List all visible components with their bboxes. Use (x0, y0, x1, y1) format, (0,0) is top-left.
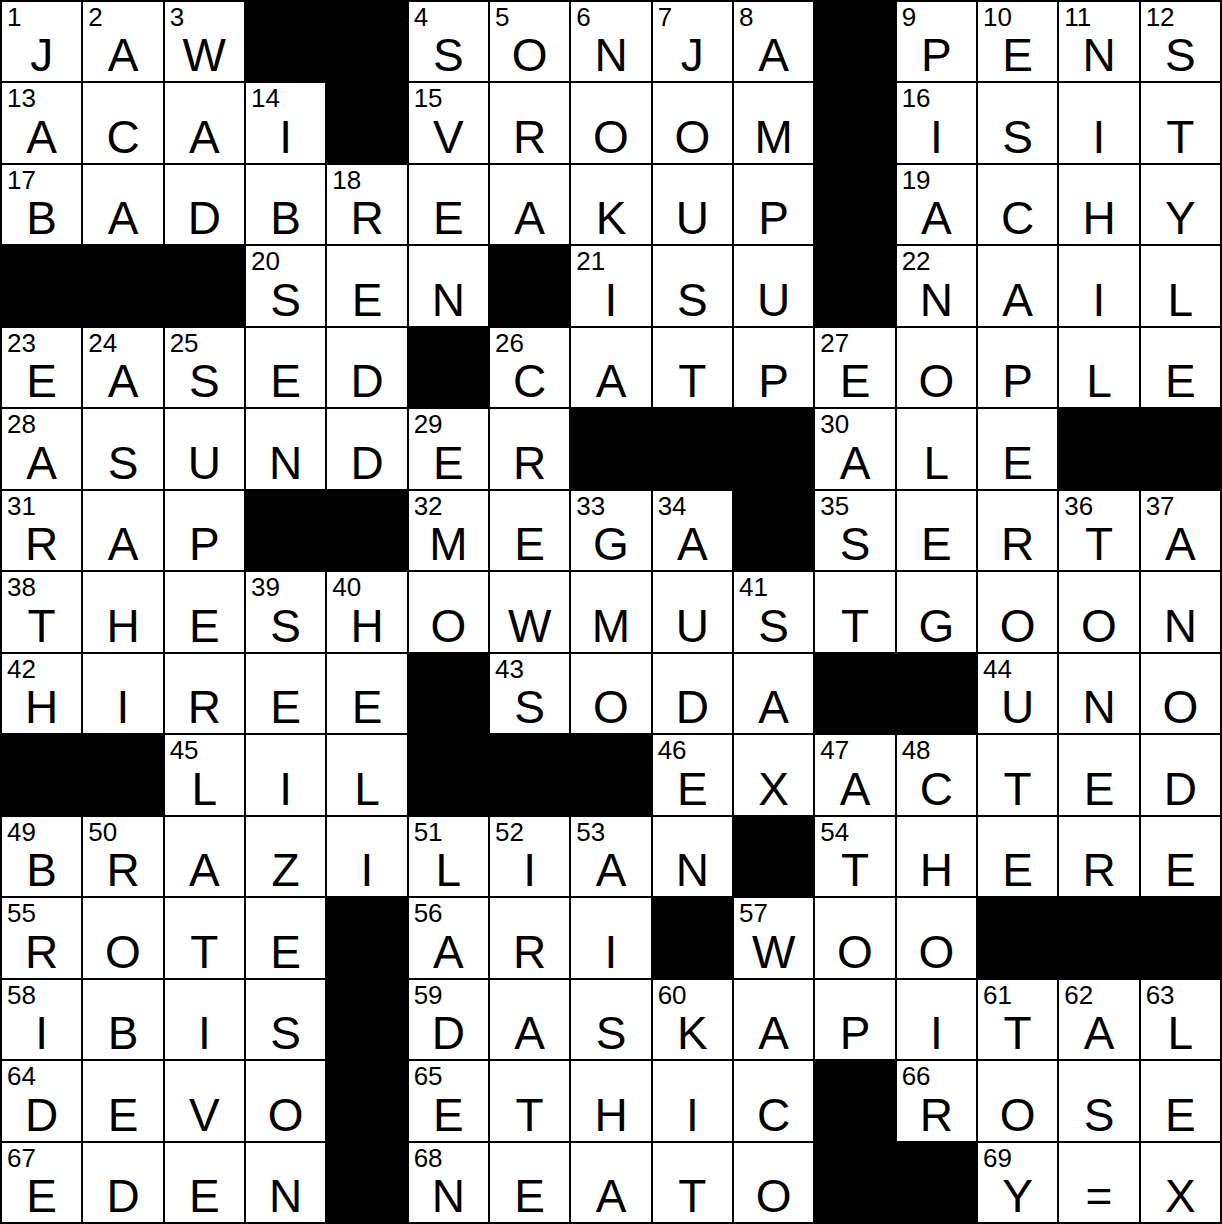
cell-r4c9[interactable]: S (653, 246, 732, 325)
black-cell-r4c3 (165, 246, 244, 325)
cell-r10c3[interactable]: 45L (165, 735, 244, 814)
cell-r8c15[interactable]: N (1141, 572, 1220, 651)
clue-number: 43 (495, 656, 524, 682)
cell-r8c1[interactable]: 38T (2, 572, 81, 651)
cell-letter: I (897, 114, 976, 160)
cell-r1c2[interactable]: 2A (83, 2, 162, 81)
cell-r2c3[interactable]: A (165, 83, 244, 162)
cell-letter: P (734, 195, 813, 241)
cell-r5c1[interactable]: 23E (2, 328, 81, 407)
cell-r10c10[interactable]: X (734, 735, 813, 814)
cell-r15c7[interactable]: E (490, 1143, 569, 1222)
cell-letter: R (1059, 847, 1138, 893)
cell-r14c15[interactable]: E (1141, 1061, 1220, 1140)
cell-r13c7[interactable]: A (490, 980, 569, 1059)
cell-r9c7[interactable]: 43S (490, 654, 569, 733)
cell-r8c12[interactable]: G (897, 572, 976, 651)
cell-letter: O (246, 1092, 325, 1138)
cell-letter: N (1059, 684, 1138, 730)
cell-r14c14[interactable]: S (1059, 1061, 1138, 1140)
black-cell-r4c11 (815, 246, 894, 325)
black-cell-r13c5 (327, 980, 406, 1059)
cell-r15c9[interactable]: T (653, 1143, 732, 1222)
cell-r8c8[interactable]: M (571, 572, 650, 651)
cell-r9c9[interactable]: D (653, 654, 732, 733)
cell-letter: E (897, 521, 976, 567)
cell-r12c11[interactable]: O (815, 898, 894, 977)
cell-letter: R (2, 929, 81, 975)
cell-r7c8[interactable]: 33G (571, 491, 650, 570)
cell-letter: I (571, 929, 650, 975)
cell-r5c7[interactable]: 26C (490, 328, 569, 407)
black-cell-r6c8 (571, 409, 650, 488)
cell-r14c10[interactable]: C (734, 1061, 813, 1140)
cell-r4c4[interactable]: 20S (246, 246, 325, 325)
cell-r4c13[interactable]: A (978, 246, 1057, 325)
cell-r8c5[interactable]: 40H (327, 572, 406, 651)
cell-r5c3[interactable]: 25S (165, 328, 244, 407)
cell-r4c6[interactable]: N (409, 246, 488, 325)
cell-r2c8[interactable]: O (571, 83, 650, 162)
cell-r15c10[interactable]: O (734, 1143, 813, 1222)
cell-r11c12[interactable]: H (897, 817, 976, 896)
cell-r3c9[interactable]: U (653, 165, 732, 244)
clue-number: 33 (576, 493, 605, 519)
cell-letter: G (897, 603, 976, 649)
cell-r4c14[interactable]: I (1059, 246, 1138, 325)
cell-r6c7[interactable]: R (490, 409, 569, 488)
cell-r14c3[interactable]: V (165, 1061, 244, 1140)
cell-r5c15[interactable]: E (1141, 328, 1220, 407)
cell-letter: N (246, 1173, 325, 1219)
cell-r2c13[interactable]: S (978, 83, 1057, 162)
cell-r4c12[interactable]: 22N (897, 246, 976, 325)
cell-r15c13[interactable]: 69Y (978, 1143, 1057, 1222)
cell-letter: A (165, 847, 244, 893)
cell-r2c1[interactable]: 13A (2, 83, 81, 162)
cell-r8c2[interactable]: H (83, 572, 162, 651)
cell-letter: O (1059, 603, 1138, 649)
cell-letter: O (571, 114, 650, 160)
cell-letter: H (1059, 195, 1138, 241)
cell-letter: P (734, 358, 813, 404)
cell-r1c1[interactable]: 1J (2, 2, 81, 81)
cell-r3c5[interactable]: 18R (327, 165, 406, 244)
cell-r10c5[interactable]: L (327, 735, 406, 814)
cell-letter: N (246, 440, 325, 486)
black-cell-r15c12 (897, 1143, 976, 1222)
black-cell-r12c9 (653, 898, 732, 977)
cell-r9c10[interactable]: A (734, 654, 813, 733)
black-cell-r4c2 (83, 246, 162, 325)
cell-r12c1[interactable]: 55R (2, 898, 81, 977)
cell-r5c12[interactable]: O (897, 328, 976, 407)
cell-r6c3[interactable]: U (165, 409, 244, 488)
cell-letter: G (571, 521, 650, 567)
cell-r2c9[interactable]: O (653, 83, 732, 162)
cell-r14c12[interactable]: 66R (897, 1061, 976, 1140)
cell-r14c13[interactable]: O (978, 1061, 1057, 1140)
cell-r14c8[interactable]: H (571, 1061, 650, 1140)
cell-r13c13[interactable]: 61T (978, 980, 1057, 1059)
cell-r12c2[interactable]: O (83, 898, 162, 977)
black-cell-r6c15 (1141, 409, 1220, 488)
cell-r11c1[interactable]: 49B (2, 817, 81, 896)
cell-letter: D (327, 358, 406, 404)
cell-r14c7[interactable]: T (490, 1061, 569, 1140)
clue-number: 53 (576, 819, 605, 845)
cell-letter: U (734, 277, 813, 323)
black-cell-r9c6 (409, 654, 488, 733)
cell-r15c6[interactable]: 68N (409, 1143, 488, 1222)
cell-letter: E (978, 32, 1057, 78)
cell-r5c14[interactable]: L (1059, 328, 1138, 407)
cell-r8c3[interactable]: E (165, 572, 244, 651)
cell-letter: E (327, 684, 406, 730)
cell-letter: V (409, 114, 488, 160)
black-cell-r5c6 (409, 328, 488, 407)
black-cell-r6c10 (734, 409, 813, 488)
cell-r7c1[interactable]: 31R (2, 491, 81, 570)
cell-letter: A (571, 847, 650, 893)
cell-r2c10[interactable]: M (734, 83, 813, 162)
cell-letter: I (1059, 277, 1138, 323)
cell-r10c9[interactable]: 46E (653, 735, 732, 814)
cell-r12c12[interactable]: O (897, 898, 976, 977)
cell-letter: O (1141, 684, 1220, 730)
cell-r3c12[interactable]: 19A (897, 165, 976, 244)
cell-letter: D (327, 440, 406, 486)
cell-r3c4[interactable]: B (246, 165, 325, 244)
cell-r15c1[interactable]: 67E (2, 1143, 81, 1222)
cell-r2c14[interactable]: I (1059, 83, 1138, 162)
cell-r13c9[interactable]: 60K (653, 980, 732, 1059)
cell-r3c13[interactable]: C (978, 165, 1057, 244)
cell-r14c4[interactable]: O (246, 1061, 325, 1140)
cell-r5c8[interactable]: A (571, 328, 650, 407)
cell-r9c8[interactable]: O (571, 654, 650, 733)
cell-r10c14[interactable]: E (1059, 735, 1138, 814)
cell-r5c9[interactable]: T (653, 328, 732, 407)
cell-r7c9[interactable]: 34A (653, 491, 732, 570)
cell-letter: N (653, 847, 732, 893)
cell-r1c3[interactable]: 3W (165, 2, 244, 81)
cell-r3c1[interactable]: 17B (2, 165, 81, 244)
cell-r4c5[interactable]: E (327, 246, 406, 325)
black-cell-r9c12 (897, 654, 976, 733)
cell-r1c7[interactable]: 5O (490, 2, 569, 81)
cell-letter: D (653, 684, 732, 730)
cell-letter: E (165, 1173, 244, 1219)
clue-number: 13 (7, 85, 36, 111)
cell-r7c7[interactable]: E (490, 491, 569, 570)
cell-r5c5[interactable]: D (327, 328, 406, 407)
cell-r11c2[interactable]: 50R (83, 817, 162, 896)
cell-letter: A (815, 440, 894, 486)
cell-letter: A (571, 358, 650, 404)
clue-number: 55 (7, 900, 36, 926)
cell-r11c7[interactable]: 52I (490, 817, 569, 896)
cell-r14c2[interactable]: E (83, 1061, 162, 1140)
cell-r8c6[interactable]: O (409, 572, 488, 651)
cell-r5c4[interactable]: E (246, 328, 325, 407)
cell-r7c6[interactable]: 32M (409, 491, 488, 570)
cell-letter: E (490, 521, 569, 567)
cell-r14c1[interactable]: 64D (2, 1061, 81, 1140)
cell-r3c3[interactable]: D (165, 165, 244, 244)
cell-letter: O (978, 1092, 1057, 1138)
clue-number: 40 (332, 574, 361, 600)
cell-letter: L (327, 766, 406, 812)
clue-number: 57 (739, 900, 768, 926)
cell-r3c15[interactable]: Y (1141, 165, 1220, 244)
cell-r10c12[interactable]: 48C (897, 735, 976, 814)
cell-r3c8[interactable]: K (571, 165, 650, 244)
cell-r2c6[interactable]: 15V (409, 83, 488, 162)
black-cell-r4c7 (490, 246, 569, 325)
black-cell-r12c5 (327, 898, 406, 977)
cell-r8c11[interactable]: T (815, 572, 894, 651)
cell-letter: T (1059, 521, 1138, 567)
cell-letter: E (1141, 358, 1220, 404)
clue-number: 26 (495, 330, 524, 356)
cell-letter: A (409, 929, 488, 975)
cell-r2c15[interactable]: T (1141, 83, 1220, 162)
cell-letter: A (734, 684, 813, 730)
cell-r6c1[interactable]: 28A (2, 409, 81, 488)
cell-r9c14[interactable]: N (1059, 654, 1138, 733)
clue-number: 49 (7, 819, 36, 845)
cell-letter: R (83, 847, 162, 893)
cell-r8c10[interactable]: 41S (734, 572, 813, 651)
cell-r15c2[interactable]: D (83, 1143, 162, 1222)
cell-r7c2[interactable]: A (83, 491, 162, 570)
cell-r13c8[interactable]: S (571, 980, 650, 1059)
cell-r13c14[interactable]: 62A (1059, 980, 1138, 1059)
cell-r11c15[interactable]: E (1141, 817, 1220, 896)
cell-letter: S (653, 277, 732, 323)
cell-r9c4[interactable]: E (246, 654, 325, 733)
cell-r14c9[interactable]: I (653, 1061, 732, 1140)
black-cell-r7c5 (327, 491, 406, 570)
clue-number: 63 (1146, 982, 1175, 1008)
cell-letter: S (246, 277, 325, 323)
cell-r12c6[interactable]: 56A (409, 898, 488, 977)
cell-r1c6[interactable]: 4S (409, 2, 488, 81)
cell-r11c11[interactable]: 54T (815, 817, 894, 896)
cell-r4c8[interactable]: 21I (571, 246, 650, 325)
cell-r7c3[interactable]: P (165, 491, 244, 570)
black-cell-r1c4 (246, 2, 325, 81)
cell-letter: S (734, 603, 813, 649)
cell-r8c14[interactable]: O (1059, 572, 1138, 651)
cell-letter: H (571, 1092, 650, 1138)
cell-letter: Z (246, 847, 325, 893)
cell-r1c12[interactable]: 9P (897, 2, 976, 81)
cell-r6c4[interactable]: N (246, 409, 325, 488)
cell-r6c11[interactable]: 30A (815, 409, 894, 488)
cell-r4c10[interactable]: U (734, 246, 813, 325)
cell-r9c1[interactable]: 42H (2, 654, 81, 733)
clue-number: 10 (983, 4, 1012, 30)
cell-r2c2[interactable]: C (83, 83, 162, 162)
cell-r5c11[interactable]: 27E (815, 328, 894, 407)
cell-r14c6[interactable]: 65E (409, 1061, 488, 1140)
black-cell-r10c8 (571, 735, 650, 814)
cell-letter: O (490, 32, 569, 78)
cell-r8c13[interactable]: O (978, 572, 1057, 651)
cell-r13c11[interactable]: P (815, 980, 894, 1059)
cell-r7c14[interactable]: 36T (1059, 491, 1138, 570)
cell-letter: T (2, 603, 81, 649)
cell-r6c2[interactable]: S (83, 409, 162, 488)
clue-number: 18 (332, 167, 361, 193)
cell-letter: I (571, 277, 650, 323)
cell-letter: L (409, 847, 488, 893)
cell-r13c10[interactable]: A (734, 980, 813, 1059)
cell-r13c1[interactable]: 58I (2, 980, 81, 1059)
cell-r3c6[interactable]: E (409, 165, 488, 244)
clue-number: 6 (576, 4, 590, 30)
cell-r9c3[interactable]: R (165, 654, 244, 733)
cell-r11c3[interactable]: A (165, 817, 244, 896)
cell-r2c7[interactable]: R (490, 83, 569, 162)
cell-letter: C (734, 1092, 813, 1138)
cell-r7c12[interactable]: E (897, 491, 976, 570)
cell-letter: O (571, 684, 650, 730)
cell-r15c15[interactable]: X (1141, 1143, 1220, 1222)
cell-r2c4[interactable]: 14I (246, 83, 325, 162)
cell-r1c15[interactable]: 12S (1141, 2, 1220, 81)
cell-r6c12[interactable]: L (897, 409, 976, 488)
cell-r6c13[interactable]: E (978, 409, 1057, 488)
cell-r12c4[interactable]: E (246, 898, 325, 977)
cell-r3c14[interactable]: H (1059, 165, 1138, 244)
cell-r5c10[interactable]: P (734, 328, 813, 407)
clue-number: 7 (658, 4, 672, 30)
cell-letter: W (734, 929, 813, 975)
cell-r7c13[interactable]: R (978, 491, 1057, 570)
cell-r12c7[interactable]: R (490, 898, 569, 977)
cell-letter: R (490, 114, 569, 160)
cell-r3c2[interactable]: A (83, 165, 162, 244)
cell-r9c15[interactable]: O (1141, 654, 1220, 733)
cell-r1c8[interactable]: 6N (571, 2, 650, 81)
cell-r13c12[interactable]: I (897, 980, 976, 1059)
cell-r15c14[interactable]: = (1059, 1143, 1138, 1222)
cell-letter: E (246, 684, 325, 730)
clue-number: 52 (495, 819, 524, 845)
cell-r15c3[interactable]: E (165, 1143, 244, 1222)
clue-number: 36 (1064, 493, 1093, 519)
cell-letter: A (83, 32, 162, 78)
cell-r8c4[interactable]: 39S (246, 572, 325, 651)
cell-r11c4[interactable]: Z (246, 817, 325, 896)
cell-r15c8[interactable]: A (571, 1143, 650, 1222)
cell-r12c10[interactable]: 57W (734, 898, 813, 977)
cell-r10c4[interactable]: I (246, 735, 325, 814)
cell-r8c9[interactable]: U (653, 572, 732, 651)
cell-letter: L (1059, 358, 1138, 404)
cell-r1c13[interactable]: 10E (978, 2, 1057, 81)
cell-letter: P (897, 32, 976, 78)
cell-r10c15[interactable]: D (1141, 735, 1220, 814)
cell-letter: I (83, 684, 162, 730)
cell-letter: W (490, 603, 569, 649)
cell-r13c15[interactable]: 63L (1141, 980, 1220, 1059)
cell-r12c8[interactable]: I (571, 898, 650, 977)
cell-r9c5[interactable]: E (327, 654, 406, 733)
cell-letter: R (2, 521, 81, 567)
cell-r1c10[interactable]: 8A (734, 2, 813, 81)
cell-r11c8[interactable]: 53A (571, 817, 650, 896)
cell-r11c5[interactable]: I (327, 817, 406, 896)
cell-r5c13[interactable]: P (978, 328, 1057, 407)
cell-r15c4[interactable]: N (246, 1143, 325, 1222)
cell-r7c11[interactable]: 35S (815, 491, 894, 570)
cell-r9c13[interactable]: 44U (978, 654, 1057, 733)
cell-r13c3[interactable]: I (165, 980, 244, 1059)
cell-r1c9[interactable]: 7J (653, 2, 732, 81)
clue-number: 60 (658, 982, 687, 1008)
cell-letter: K (653, 1010, 732, 1056)
cell-letter: V (165, 1092, 244, 1138)
cell-letter: A (897, 195, 976, 241)
cell-r13c4[interactable]: S (246, 980, 325, 1059)
cell-r6c5[interactable]: D (327, 409, 406, 488)
cell-letter: S (571, 1010, 650, 1056)
cell-r11c13[interactable]: E (978, 817, 1057, 896)
cell-letter: D (165, 195, 244, 241)
black-cell-r10c2 (83, 735, 162, 814)
cell-r1c14[interactable]: 11N (1059, 2, 1138, 81)
cell-letter: A (2, 114, 81, 160)
cell-letter: A (165, 114, 244, 160)
cell-r13c2[interactable]: B (83, 980, 162, 1059)
clue-number: 41 (739, 574, 768, 600)
cell-r7c15[interactable]: 37A (1141, 491, 1220, 570)
cell-r11c6[interactable]: 51L (409, 817, 488, 896)
cell-r10c11[interactable]: 47A (815, 735, 894, 814)
cell-r6c6[interactable]: 29E (409, 409, 488, 488)
cell-letter: O (978, 603, 1057, 649)
cell-letter: T (978, 766, 1057, 812)
cell-r11c14[interactable]: R (1059, 817, 1138, 896)
clue-number: 56 (414, 900, 443, 926)
cell-letter: E (327, 277, 406, 323)
cell-r3c7[interactable]: A (490, 165, 569, 244)
cell-r3c10[interactable]: P (734, 165, 813, 244)
cell-r11c9[interactable]: N (653, 817, 732, 896)
cell-letter: Y (978, 1173, 1057, 1219)
cell-r2c12[interactable]: 16I (897, 83, 976, 162)
cell-r8c7[interactable]: W (490, 572, 569, 651)
cell-r12c3[interactable]: T (165, 898, 244, 977)
cell-letter: E (409, 440, 488, 486)
cell-r9c2[interactable]: I (83, 654, 162, 733)
cell-letter: O (897, 358, 976, 404)
clue-number: 62 (1064, 982, 1093, 1008)
cell-r10c13[interactable]: T (978, 735, 1057, 814)
cell-letter: R (897, 1092, 976, 1138)
cell-letter: T (653, 358, 732, 404)
clue-number: 37 (1146, 493, 1175, 519)
clue-number: 24 (88, 330, 117, 356)
cell-r13c6[interactable]: 59D (409, 980, 488, 1059)
cell-r4c15[interactable]: L (1141, 246, 1220, 325)
cell-letter: R (978, 521, 1057, 567)
cell-r5c2[interactable]: 24A (83, 328, 162, 407)
